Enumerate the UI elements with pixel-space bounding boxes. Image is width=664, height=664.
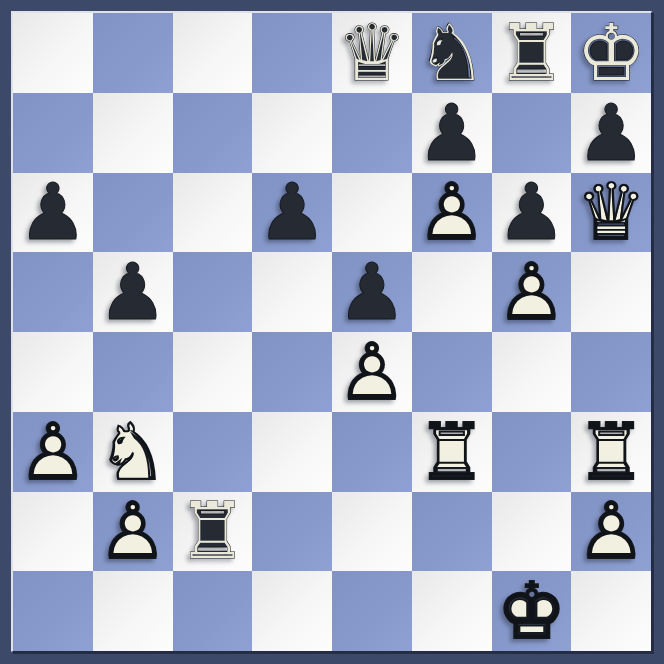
black-king-detail-glyph: ♔	[571, 13, 651, 93]
black-knight-detail-glyph: ♘	[412, 13, 492, 93]
piece-black-pawn[interactable]: ♟	[412, 93, 492, 173]
piece-black-knight[interactable]: ♞♘	[412, 13, 492, 93]
white-pawn-detail-glyph: ♙	[93, 492, 173, 572]
square-f2[interactable]	[412, 492, 492, 572]
square-e7[interactable]	[332, 93, 412, 173]
board-frame: ♛♕♞♘♜♖♚♔♟♟♟♟♟♙♟♛♕♟♟♟♙♟♙♟♙♞♘♜♖♜♖♟♙♜♖♟♙♚♔	[0, 0, 664, 664]
square-e4[interactable]: ♟♙	[332, 332, 412, 412]
square-d4[interactable]	[252, 332, 332, 412]
piece-white-pawn[interactable]: ♟♙	[332, 332, 412, 412]
piece-white-pawn[interactable]: ♟♙	[93, 492, 173, 572]
white-pawn-detail-glyph: ♙	[13, 412, 93, 492]
piece-white-pawn[interactable]: ♟♙	[412, 173, 492, 253]
white-pawn-detail-glyph: ♙	[412, 173, 492, 253]
square-c8[interactable]	[173, 13, 253, 93]
square-e2[interactable]	[332, 492, 412, 572]
square-f7[interactable]: ♟	[412, 93, 492, 173]
square-g7[interactable]	[492, 93, 572, 173]
square-d6[interactable]: ♟	[252, 173, 332, 253]
square-c7[interactable]	[173, 93, 253, 173]
white-rook-detail-glyph: ♖	[412, 412, 492, 492]
square-f3[interactable]: ♜♖	[412, 412, 492, 492]
square-e8[interactable]: ♛♕	[332, 13, 412, 93]
square-g1[interactable]: ♚♔	[492, 571, 572, 651]
square-d3[interactable]	[252, 412, 332, 492]
square-f8[interactable]: ♞♘	[412, 13, 492, 93]
square-a8[interactable]	[13, 13, 93, 93]
black-pawn-glyph: ♟	[252, 173, 332, 253]
black-pawn-glyph: ♟	[13, 173, 93, 253]
white-knight-detail-glyph: ♘	[93, 412, 173, 492]
square-a1[interactable]	[13, 571, 93, 651]
square-b4[interactable]	[93, 332, 173, 412]
piece-white-rook[interactable]: ♜♖	[571, 412, 651, 492]
square-a5[interactable]	[13, 252, 93, 332]
square-h6[interactable]: ♛♕	[571, 173, 651, 253]
piece-white-king[interactable]: ♚♔	[492, 571, 572, 651]
piece-black-pawn[interactable]: ♟	[93, 252, 173, 332]
square-c2[interactable]: ♜♖	[173, 492, 253, 572]
piece-white-pawn[interactable]: ♟♙	[571, 492, 651, 572]
square-c1[interactable]	[173, 571, 253, 651]
black-pawn-glyph: ♟	[492, 173, 572, 253]
piece-black-king[interactable]: ♚♔	[571, 13, 651, 93]
piece-white-knight[interactable]: ♞♘	[93, 412, 173, 492]
piece-white-pawn[interactable]: ♟♙	[13, 412, 93, 492]
black-queen-detail-glyph: ♕	[332, 13, 412, 93]
square-h8[interactable]: ♚♔	[571, 13, 651, 93]
square-c5[interactable]	[173, 252, 253, 332]
square-e6[interactable]	[332, 173, 412, 253]
white-queen-detail-glyph: ♕	[571, 173, 651, 253]
square-b3[interactable]: ♞♘	[93, 412, 173, 492]
piece-black-rook[interactable]: ♜♖	[492, 13, 572, 93]
square-a2[interactable]	[13, 492, 93, 572]
square-b1[interactable]	[93, 571, 173, 651]
chess-board: ♛♕♞♘♜♖♚♔♟♟♟♟♟♙♟♛♕♟♟♟♙♟♙♟♙♞♘♜♖♜♖♟♙♜♖♟♙♚♔	[11, 11, 652, 652]
square-a3[interactable]: ♟♙	[13, 412, 93, 492]
white-king-detail-glyph: ♔	[492, 571, 572, 651]
square-f4[interactable]	[412, 332, 492, 412]
square-b7[interactable]	[93, 93, 173, 173]
piece-white-pawn[interactable]: ♟♙	[492, 252, 572, 332]
square-b5[interactable]: ♟	[93, 252, 173, 332]
white-rook-detail-glyph: ♖	[571, 412, 651, 492]
piece-black-pawn[interactable]: ♟	[252, 173, 332, 253]
square-g8[interactable]: ♜♖	[492, 13, 572, 93]
square-h1[interactable]	[571, 571, 651, 651]
square-g3[interactable]	[492, 412, 572, 492]
square-f6[interactable]: ♟♙	[412, 173, 492, 253]
black-rook-detail-glyph: ♖	[492, 13, 572, 93]
square-c4[interactable]	[173, 332, 253, 412]
piece-black-pawn[interactable]: ♟	[571, 93, 651, 173]
piece-black-pawn[interactable]: ♟	[13, 173, 93, 253]
piece-white-queen[interactable]: ♛♕	[571, 173, 651, 253]
white-pawn-detail-glyph: ♙	[571, 492, 651, 572]
square-h7[interactable]: ♟	[571, 93, 651, 173]
square-c6[interactable]	[173, 173, 253, 253]
square-h3[interactable]: ♜♖	[571, 412, 651, 492]
square-f5[interactable]	[412, 252, 492, 332]
black-pawn-glyph: ♟	[412, 93, 492, 173]
square-b2[interactable]: ♟♙	[93, 492, 173, 572]
square-a6[interactable]: ♟	[13, 173, 93, 253]
piece-white-rook[interactable]: ♜♖	[412, 412, 492, 492]
square-h5[interactable]	[571, 252, 651, 332]
square-f1[interactable]	[412, 571, 492, 651]
square-e5[interactable]: ♟	[332, 252, 412, 332]
piece-black-pawn[interactable]: ♟	[492, 173, 572, 253]
square-d2[interactable]	[252, 492, 332, 572]
square-h2[interactable]: ♟♙	[571, 492, 651, 572]
square-d8[interactable]	[252, 13, 332, 93]
piece-black-pawn[interactable]: ♟	[332, 252, 412, 332]
square-d7[interactable]	[252, 93, 332, 173]
square-h4[interactable]	[571, 332, 651, 412]
square-e3[interactable]	[332, 412, 412, 492]
square-b8[interactable]	[93, 13, 173, 93]
square-a7[interactable]	[13, 93, 93, 173]
square-d5[interactable]	[252, 252, 332, 332]
black-pawn-glyph: ♟	[332, 252, 412, 332]
square-g6[interactable]: ♟	[492, 173, 572, 253]
square-g4[interactable]	[492, 332, 572, 412]
white-pawn-detail-glyph: ♙	[332, 332, 412, 412]
square-b6[interactable]	[93, 173, 173, 253]
square-g5[interactable]: ♟♙	[492, 252, 572, 332]
square-c3[interactable]	[173, 412, 253, 492]
black-pawn-glyph: ♟	[93, 252, 173, 332]
piece-black-rook[interactable]: ♜♖	[173, 492, 253, 572]
square-a4[interactable]	[13, 332, 93, 412]
square-e1[interactable]	[332, 571, 412, 651]
white-pawn-detail-glyph: ♙	[492, 252, 572, 332]
square-g2[interactable]	[492, 492, 572, 572]
black-pawn-glyph: ♟	[571, 93, 651, 173]
piece-black-queen[interactable]: ♛♕	[332, 13, 412, 93]
black-rook-detail-glyph: ♖	[173, 492, 253, 572]
square-d1[interactable]	[252, 571, 332, 651]
